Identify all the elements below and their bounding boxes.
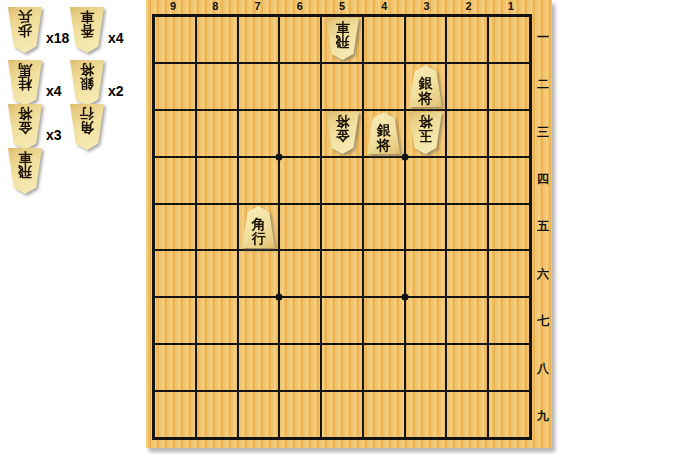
- piece-kanji: 銀: [80, 77, 94, 92]
- board-cell[interactable]: [363, 297, 405, 344]
- piece-silver[interactable]: 銀将: [70, 60, 104, 106]
- board-cell[interactable]: [446, 204, 488, 251]
- piece-kanji: 将: [419, 114, 433, 129]
- piece-kanji: 桂: [18, 77, 32, 92]
- piece-kanji: 角: [80, 121, 94, 136]
- board-cell[interactable]: [363, 157, 405, 204]
- board-cell[interactable]: [488, 391, 530, 438]
- piece-kanji: 銀: [377, 123, 391, 138]
- board-cell[interactable]: [405, 204, 447, 251]
- board-cell[interactable]: [363, 63, 405, 110]
- board-cell[interactable]: [446, 63, 488, 110]
- hand-count: x2: [108, 83, 124, 99]
- board-cell[interactable]: [196, 63, 238, 110]
- file-label: 8: [194, 0, 236, 14]
- rank-label: 六: [534, 251, 552, 298]
- piece-kanji: 兵: [18, 9, 32, 24]
- board-cell[interactable]: [154, 204, 196, 251]
- rank-label: 二: [534, 61, 552, 108]
- star-point: [276, 294, 283, 301]
- board-cell[interactable]: [196, 16, 238, 63]
- board-cell[interactable]: [405, 391, 447, 438]
- board-cell[interactable]: [279, 16, 321, 63]
- piece-kanji: 金: [18, 121, 32, 136]
- board-cell[interactable]: [321, 157, 363, 204]
- piece-kanji: 馬: [18, 62, 32, 77]
- board-cell[interactable]: [446, 157, 488, 204]
- hand-area: 歩兵x18香車x4桂馬x4銀将x2金将x3角行飛車: [0, 0, 146, 454]
- file-label: 3: [405, 0, 447, 14]
- board-cell[interactable]: [279, 63, 321, 110]
- board-cell[interactable]: [488, 344, 530, 391]
- piece-knight[interactable]: 桂馬: [8, 60, 42, 106]
- board-cell[interactable]: [446, 16, 488, 63]
- board-cell[interactable]: [196, 297, 238, 344]
- piece-kanji: 銀: [419, 76, 433, 91]
- board-cell[interactable]: [405, 297, 447, 344]
- board-cell[interactable]: [279, 204, 321, 251]
- board-cell[interactable]: [488, 204, 530, 251]
- piece-kanji: 将: [80, 62, 94, 77]
- piece-gold[interactable]: 金将: [8, 104, 42, 150]
- board-cell[interactable]: [488, 63, 530, 110]
- rank-label: 五: [534, 203, 552, 250]
- rank-label: 七: [534, 298, 552, 345]
- star-point: [401, 294, 408, 301]
- board-cell[interactable]: [405, 157, 447, 204]
- board-cell[interactable]: [363, 344, 405, 391]
- piece-lance[interactable]: 香車: [70, 7, 104, 53]
- piece-kanji: 金: [335, 129, 349, 144]
- shogi-diagram: 歩兵x18香車x4桂馬x4銀将x2金将x3角行飛車 987654321 一二三四…: [0, 0, 686, 454]
- piece-bishop[interactable]: 角行: [242, 206, 275, 248]
- hand-count: x4: [108, 30, 124, 46]
- board-cell[interactable]: [488, 297, 530, 344]
- board-cell[interactable]: [154, 63, 196, 110]
- board-cell[interactable]: [488, 250, 530, 297]
- board-cell[interactable]: [321, 344, 363, 391]
- board-cell[interactable]: [238, 157, 280, 204]
- board-cell[interactable]: [154, 250, 196, 297]
- piece-kanji: 玉: [419, 129, 433, 144]
- piece-kanji: 行: [251, 231, 265, 246]
- piece-kanji: 飛: [18, 165, 32, 180]
- file-labels: 987654321: [152, 0, 532, 14]
- hand-count: x4: [46, 83, 62, 99]
- board-cell[interactable]: [488, 110, 530, 157]
- hand-count: x3: [46, 127, 62, 143]
- piece-rook[interactable]: 飛車: [8, 148, 42, 194]
- board-cell[interactable]: [196, 204, 238, 251]
- board-cell[interactable]: [446, 110, 488, 157]
- piece-king[interactable]: 玉将: [409, 112, 442, 154]
- rank-label: 三: [534, 109, 552, 156]
- board-cell[interactable]: [363, 204, 405, 251]
- board-cell[interactable]: [154, 16, 196, 63]
- board-cell[interactable]: [238, 391, 280, 438]
- piece-kanji: 飛: [335, 35, 349, 50]
- board-cell[interactable]: [363, 391, 405, 438]
- board-cell[interactable]: [238, 63, 280, 110]
- board-cell[interactable]: [488, 157, 530, 204]
- file-label: 5: [321, 0, 363, 14]
- piece-gold[interactable]: 金将: [326, 112, 359, 154]
- board-cell[interactable]: [196, 157, 238, 204]
- board-cell[interactable]: [238, 16, 280, 63]
- piece-kanji: 香: [80, 24, 94, 39]
- board-cell[interactable]: [279, 250, 321, 297]
- rank-label: 八: [534, 345, 552, 392]
- piece-kanji: 角: [251, 217, 265, 232]
- piece-kanji: 将: [377, 138, 391, 153]
- star-point: [401, 153, 408, 160]
- piece-kanji: 歩: [18, 24, 32, 39]
- board-cell[interactable]: [196, 250, 238, 297]
- file-label: 7: [236, 0, 278, 14]
- board-cell[interactable]: [196, 110, 238, 157]
- board-cell[interactable]: [279, 297, 321, 344]
- piece-kanji: 車: [335, 20, 349, 35]
- board-cell[interactable]: [238, 250, 280, 297]
- piece-kanji: 将: [335, 114, 349, 129]
- shogi-board-grid: [152, 14, 532, 440]
- piece-kanji: 車: [80, 9, 94, 24]
- board-cell[interactable]: [363, 16, 405, 63]
- rank-label: 四: [534, 156, 552, 203]
- rank-label: 九: [534, 393, 552, 440]
- board-cell[interactable]: [279, 344, 321, 391]
- board-cell[interactable]: [446, 250, 488, 297]
- board-cell[interactable]: [321, 391, 363, 438]
- board-cell[interactable]: [405, 250, 447, 297]
- board-cell[interactable]: [238, 297, 280, 344]
- piece-kanji: 車: [18, 150, 32, 165]
- board-cell[interactable]: [446, 391, 488, 438]
- board-cell[interactable]: [446, 297, 488, 344]
- piece-kanji: 将: [419, 91, 433, 106]
- board-cell[interactable]: [196, 344, 238, 391]
- board-cell[interactable]: [405, 344, 447, 391]
- rank-label: 一: [534, 14, 552, 61]
- piece-rook[interactable]: 飛車: [326, 18, 359, 60]
- board-cell[interactable]: [154, 110, 196, 157]
- board-cell[interactable]: [154, 391, 196, 438]
- piece-pawn[interactable]: 歩兵: [8, 7, 42, 53]
- board-cell[interactable]: [238, 344, 280, 391]
- board-cell[interactable]: [154, 157, 196, 204]
- board-cell[interactable]: [279, 110, 321, 157]
- piece-kanji: 将: [18, 106, 32, 121]
- file-label: 4: [363, 0, 405, 14]
- board-cell[interactable]: [279, 157, 321, 204]
- board-cell[interactable]: [321, 250, 363, 297]
- board-cell[interactable]: [446, 344, 488, 391]
- piece-kanji: 行: [80, 106, 94, 121]
- board-cell[interactable]: [321, 297, 363, 344]
- rank-labels: 一二三四五六七八九: [534, 14, 552, 440]
- piece-bishop[interactable]: 角行: [70, 104, 104, 150]
- piece-silver[interactable]: 銀将: [367, 112, 400, 154]
- file-label: 2: [448, 0, 490, 14]
- board-cell[interactable]: [488, 16, 530, 63]
- board-cell[interactable]: [321, 204, 363, 251]
- board-cell[interactable]: [238, 110, 280, 157]
- hand-count: x18: [46, 30, 69, 46]
- board-cell[interactable]: [154, 297, 196, 344]
- board-cell[interactable]: [405, 16, 447, 63]
- board-cell[interactable]: [321, 63, 363, 110]
- board-cell[interactable]: [154, 344, 196, 391]
- piece-silver[interactable]: 銀将: [409, 65, 442, 107]
- board-cell[interactable]: [363, 250, 405, 297]
- star-point: [276, 153, 283, 160]
- file-label: 9: [152, 0, 194, 14]
- board-cell[interactable]: [196, 391, 238, 438]
- board-panel: 987654321 一二三四五六七八九 飛車銀将金将銀将玉将角行: [146, 0, 552, 448]
- file-label: 6: [279, 0, 321, 14]
- board-cell[interactable]: [279, 391, 321, 438]
- file-label: 1: [490, 0, 532, 14]
